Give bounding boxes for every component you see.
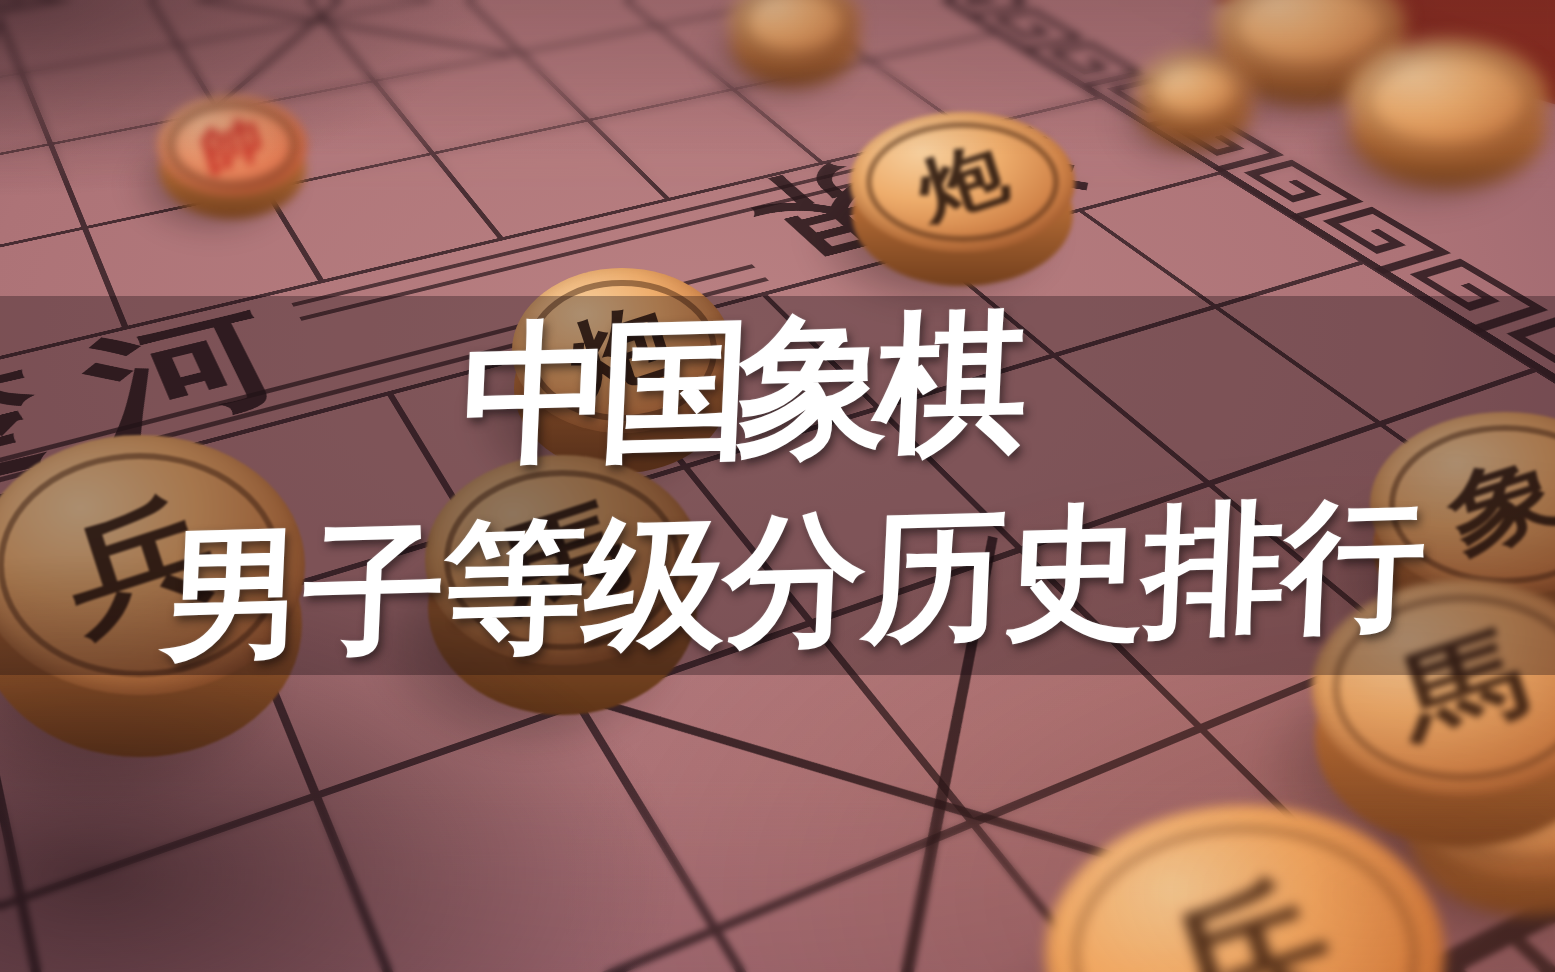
title-line-2: 男子等级分历史排行 (12, 466, 1555, 699)
xiangqi-piece-red-general: 帥 (157, 95, 307, 195)
title-card-scene: 楚河 漢界 帥 炮 象 炮 馬 兵 馬 兵 中国象棋 男子等级分历史排行 (0, 0, 1555, 972)
depth-of-field-near (0, 782, 1555, 972)
xiangqi-piece: 炮 (850, 112, 1075, 252)
xiangqi-piece (730, 0, 860, 66)
xiangqi-piece (1138, 52, 1253, 130)
xiangqi-piece (1348, 40, 1548, 160)
